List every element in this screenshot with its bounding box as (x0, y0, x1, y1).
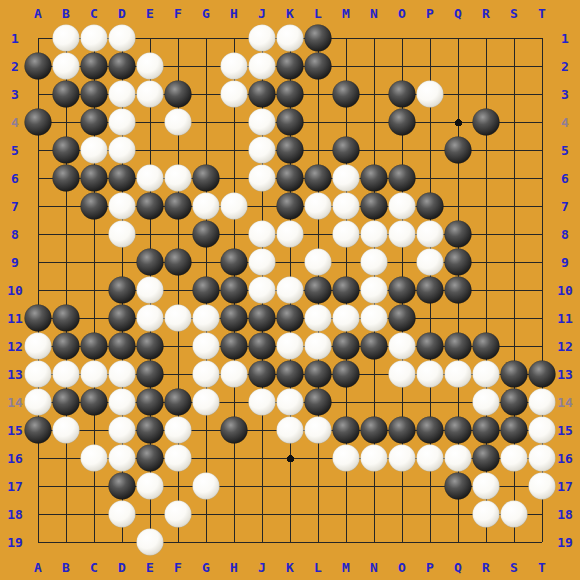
white-stone-J1 (249, 25, 276, 52)
black-stone-O6 (389, 165, 416, 192)
black-stone-F9 (165, 249, 192, 276)
white-stone-H3 (221, 81, 248, 108)
column-label-bottom: G (202, 560, 210, 575)
black-stone-H15 (221, 417, 248, 444)
white-stone-K14 (277, 389, 304, 416)
white-stone-B15 (53, 417, 80, 444)
black-stone-H11 (221, 305, 248, 332)
white-stone-D18 (109, 501, 136, 528)
white-stone-M16 (333, 445, 360, 472)
white-stone-M11 (333, 305, 360, 332)
black-stone-D6 (109, 165, 136, 192)
row-label-left: 19 (7, 535, 23, 550)
black-stone-J13 (249, 361, 276, 388)
row-label-right: 6 (561, 171, 569, 186)
column-label-top: H (230, 6, 238, 21)
column-label-bottom: T (538, 560, 546, 575)
white-stone-L12 (305, 333, 332, 360)
row-label-right: 4 (561, 115, 569, 130)
column-label-bottom: H (230, 560, 238, 575)
black-stone-M13 (333, 361, 360, 388)
white-stone-P16 (417, 445, 444, 472)
column-label-bottom: Q (454, 560, 462, 575)
star-point (287, 455, 294, 462)
row-label-right: 18 (557, 507, 573, 522)
black-stone-E15 (137, 417, 164, 444)
black-stone-H9 (221, 249, 248, 276)
white-stone-J9 (249, 249, 276, 276)
column-label-top: D (118, 6, 126, 21)
column-label-bottom: D (118, 560, 126, 575)
black-stone-Q17 (445, 473, 472, 500)
column-label-top: G (202, 6, 210, 21)
white-stone-D1 (109, 25, 136, 52)
white-stone-K1 (277, 25, 304, 52)
black-stone-P12 (417, 333, 444, 360)
column-label-top: E (146, 6, 154, 21)
black-stone-G8 (193, 221, 220, 248)
black-stone-J3 (249, 81, 276, 108)
white-stone-E17 (137, 473, 164, 500)
row-label-left: 4 (11, 115, 19, 130)
black-stone-E16 (137, 445, 164, 472)
black-stone-F3 (165, 81, 192, 108)
white-stone-H13 (221, 361, 248, 388)
white-stone-T16 (529, 445, 556, 472)
column-label-top: A (34, 6, 42, 21)
row-label-right: 11 (557, 311, 573, 326)
black-stone-A2 (25, 53, 52, 80)
white-stone-N9 (361, 249, 388, 276)
white-stone-O7 (389, 193, 416, 220)
white-stone-N11 (361, 305, 388, 332)
white-stone-S16 (501, 445, 528, 472)
black-stone-M5 (333, 137, 360, 164)
black-stone-K3 (277, 81, 304, 108)
black-stone-E9 (137, 249, 164, 276)
black-stone-Q9 (445, 249, 472, 276)
white-stone-D8 (109, 221, 136, 248)
white-stone-O12 (389, 333, 416, 360)
black-stone-K6 (277, 165, 304, 192)
white-stone-C1 (81, 25, 108, 52)
white-stone-F15 (165, 417, 192, 444)
white-stone-J10 (249, 277, 276, 304)
black-stone-G6 (193, 165, 220, 192)
column-label-bottom: P (426, 560, 434, 575)
black-stone-G10 (193, 277, 220, 304)
column-label-top: R (482, 6, 490, 21)
white-stone-O8 (389, 221, 416, 248)
black-stone-A11 (25, 305, 52, 332)
column-label-top: F (174, 6, 182, 21)
column-label-bottom: M (342, 560, 350, 575)
black-stone-O11 (389, 305, 416, 332)
black-stone-Q10 (445, 277, 472, 304)
black-stone-J11 (249, 305, 276, 332)
column-label-bottom: S (510, 560, 518, 575)
white-stone-D5 (109, 137, 136, 164)
white-stone-B1 (53, 25, 80, 52)
white-stone-E11 (137, 305, 164, 332)
black-stone-Q8 (445, 221, 472, 248)
black-stone-C14 (81, 389, 108, 416)
column-label-top: T (538, 6, 546, 21)
white-stone-P8 (417, 221, 444, 248)
column-label-bottom: F (174, 560, 182, 575)
white-stone-G17 (193, 473, 220, 500)
black-stone-D2 (109, 53, 136, 80)
white-stone-R18 (473, 501, 500, 528)
black-stone-L1 (305, 25, 332, 52)
white-stone-N8 (361, 221, 388, 248)
black-stone-N15 (361, 417, 388, 444)
white-stone-A13 (25, 361, 52, 388)
black-stone-B3 (53, 81, 80, 108)
black-stone-R16 (473, 445, 500, 472)
row-label-left: 3 (11, 87, 19, 102)
row-label-left: 8 (11, 227, 19, 242)
black-stone-N12 (361, 333, 388, 360)
white-stone-P13 (417, 361, 444, 388)
white-stone-J2 (249, 53, 276, 80)
white-stone-J4 (249, 109, 276, 136)
black-stone-R12 (473, 333, 500, 360)
black-stone-K13 (277, 361, 304, 388)
black-stone-O15 (389, 417, 416, 444)
white-stone-K8 (277, 221, 304, 248)
white-stone-J14 (249, 389, 276, 416)
black-stone-O3 (389, 81, 416, 108)
black-stone-F7 (165, 193, 192, 220)
column-label-bottom: N (370, 560, 378, 575)
white-stone-P9 (417, 249, 444, 276)
black-stone-D12 (109, 333, 136, 360)
row-label-right: 12 (557, 339, 573, 354)
white-stone-E19 (137, 529, 164, 556)
white-stone-Q16 (445, 445, 472, 472)
white-stone-L7 (305, 193, 332, 220)
white-stone-J5 (249, 137, 276, 164)
white-stone-K12 (277, 333, 304, 360)
white-stone-H2 (221, 53, 248, 80)
black-stone-C3 (81, 81, 108, 108)
black-stone-C7 (81, 193, 108, 220)
row-label-left: 12 (7, 339, 23, 354)
white-stone-D3 (109, 81, 136, 108)
white-stone-E6 (137, 165, 164, 192)
white-stone-P3 (417, 81, 444, 108)
white-stone-H7 (221, 193, 248, 220)
column-label-bottom: C (90, 560, 98, 575)
white-stone-R13 (473, 361, 500, 388)
white-stone-J8 (249, 221, 276, 248)
black-stone-C4 (81, 109, 108, 136)
black-stone-L13 (305, 361, 332, 388)
white-stone-D7 (109, 193, 136, 220)
column-label-top: O (398, 6, 406, 21)
row-label-right: 13 (557, 367, 573, 382)
row-label-left: 9 (11, 255, 19, 270)
black-stone-C2 (81, 53, 108, 80)
white-stone-E3 (137, 81, 164, 108)
column-label-top: K (286, 6, 294, 21)
row-label-left: 6 (11, 171, 19, 186)
row-label-right: 8 (561, 227, 569, 242)
black-stone-C12 (81, 333, 108, 360)
black-stone-M12 (333, 333, 360, 360)
black-stone-R4 (473, 109, 500, 136)
column-label-bottom: E (146, 560, 154, 575)
row-label-left: 13 (7, 367, 23, 382)
white-stone-O13 (389, 361, 416, 388)
black-stone-N7 (361, 193, 388, 220)
white-stone-E10 (137, 277, 164, 304)
white-stone-K10 (277, 277, 304, 304)
black-stone-D11 (109, 305, 136, 332)
column-label-bottom: J (258, 560, 266, 575)
black-stone-P15 (417, 417, 444, 444)
white-stone-G11 (193, 305, 220, 332)
black-stone-B14 (53, 389, 80, 416)
white-stone-N16 (361, 445, 388, 472)
white-stone-M7 (333, 193, 360, 220)
row-label-right: 19 (557, 535, 573, 550)
row-label-left: 18 (7, 507, 23, 522)
black-stone-Q12 (445, 333, 472, 360)
black-stone-L6 (305, 165, 332, 192)
white-stone-L9 (305, 249, 332, 276)
black-stone-L10 (305, 277, 332, 304)
row-label-right: 14 (557, 395, 573, 410)
black-stone-E13 (137, 361, 164, 388)
white-stone-R14 (473, 389, 500, 416)
black-stone-S13 (501, 361, 528, 388)
white-stone-G7 (193, 193, 220, 220)
white-stone-C16 (81, 445, 108, 472)
white-stone-K15 (277, 417, 304, 444)
black-stone-L2 (305, 53, 332, 80)
row-label-left: 1 (11, 31, 19, 46)
black-stone-K11 (277, 305, 304, 332)
white-stone-S18 (501, 501, 528, 528)
black-stone-T13 (529, 361, 556, 388)
black-stone-O10 (389, 277, 416, 304)
black-stone-R15 (473, 417, 500, 444)
black-stone-K5 (277, 137, 304, 164)
white-stone-F4 (165, 109, 192, 136)
row-label-right: 16 (557, 451, 573, 466)
black-stone-M15 (333, 417, 360, 444)
black-stone-M3 (333, 81, 360, 108)
black-stone-C6 (81, 165, 108, 192)
row-label-left: 5 (11, 143, 19, 158)
column-label-top: L (314, 6, 322, 21)
white-stone-Q13 (445, 361, 472, 388)
row-label-left: 7 (11, 199, 19, 214)
black-stone-B12 (53, 333, 80, 360)
row-label-right: 17 (557, 479, 573, 494)
white-stone-D16 (109, 445, 136, 472)
white-stone-L15 (305, 417, 332, 444)
black-stone-D10 (109, 277, 136, 304)
black-stone-E14 (137, 389, 164, 416)
row-label-left: 11 (7, 311, 23, 326)
column-label-bottom: L (314, 560, 322, 575)
white-stone-D13 (109, 361, 136, 388)
black-stone-B11 (53, 305, 80, 332)
black-stone-F14 (165, 389, 192, 416)
white-stone-C13 (81, 361, 108, 388)
column-label-top: N (370, 6, 378, 21)
column-label-top: Q (454, 6, 462, 21)
go-board[interactable]: AABBCCDDEEFFGGHHJJKKLLMMNNOOPPQQRRSSTT11… (0, 0, 580, 580)
white-stone-F18 (165, 501, 192, 528)
white-stone-G13 (193, 361, 220, 388)
black-stone-O4 (389, 109, 416, 136)
row-label-right: 2 (561, 59, 569, 74)
black-stone-S15 (501, 417, 528, 444)
white-stone-F11 (165, 305, 192, 332)
black-stone-B5 (53, 137, 80, 164)
white-stone-T14 (529, 389, 556, 416)
white-stone-B2 (53, 53, 80, 80)
white-stone-F6 (165, 165, 192, 192)
column-label-top: M (342, 6, 350, 21)
row-label-right: 5 (561, 143, 569, 158)
row-label-right: 1 (561, 31, 569, 46)
column-label-bottom: B (62, 560, 70, 575)
white-stone-G12 (193, 333, 220, 360)
row-label-left: 16 (7, 451, 23, 466)
row-label-right: 9 (561, 255, 569, 270)
column-label-bottom: K (286, 560, 294, 575)
white-stone-B13 (53, 361, 80, 388)
column-label-top: S (510, 6, 518, 21)
black-stone-K4 (277, 109, 304, 136)
black-stone-Q5 (445, 137, 472, 164)
row-label-right: 7 (561, 199, 569, 214)
column-label-top: B (62, 6, 70, 21)
white-stone-T15 (529, 417, 556, 444)
column-label-top: P (426, 6, 434, 21)
black-stone-L14 (305, 389, 332, 416)
white-stone-D14 (109, 389, 136, 416)
white-stone-J6 (249, 165, 276, 192)
white-stone-E2 (137, 53, 164, 80)
row-label-left: 15 (7, 423, 23, 438)
row-label-left: 2 (11, 59, 19, 74)
row-label-right: 3 (561, 87, 569, 102)
white-stone-L11 (305, 305, 332, 332)
white-stone-A12 (25, 333, 52, 360)
black-stone-P10 (417, 277, 444, 304)
column-label-bottom: R (482, 560, 490, 575)
row-label-left: 14 (7, 395, 23, 410)
row-label-left: 10 (7, 283, 23, 298)
white-stone-F16 (165, 445, 192, 472)
black-stone-H10 (221, 277, 248, 304)
white-stone-C5 (81, 137, 108, 164)
black-stone-J12 (249, 333, 276, 360)
black-stone-S14 (501, 389, 528, 416)
column-label-top: C (90, 6, 98, 21)
white-stone-O16 (389, 445, 416, 472)
black-stone-P7 (417, 193, 444, 220)
column-label-bottom: A (34, 560, 42, 575)
black-stone-N6 (361, 165, 388, 192)
black-stone-D17 (109, 473, 136, 500)
black-stone-A15 (25, 417, 52, 444)
column-label-bottom: O (398, 560, 406, 575)
black-stone-E7 (137, 193, 164, 220)
white-stone-N10 (361, 277, 388, 304)
white-stone-M6 (333, 165, 360, 192)
row-label-right: 15 (557, 423, 573, 438)
black-stone-A4 (25, 109, 52, 136)
black-stone-B6 (53, 165, 80, 192)
white-stone-A14 (25, 389, 52, 416)
white-stone-T17 (529, 473, 556, 500)
black-stone-K2 (277, 53, 304, 80)
black-stone-Q15 (445, 417, 472, 444)
row-label-left: 17 (7, 479, 23, 494)
white-stone-D4 (109, 109, 136, 136)
white-stone-G14 (193, 389, 220, 416)
black-stone-K7 (277, 193, 304, 220)
black-stone-M10 (333, 277, 360, 304)
column-label-top: J (258, 6, 266, 21)
black-stone-H12 (221, 333, 248, 360)
row-label-right: 10 (557, 283, 573, 298)
white-stone-R17 (473, 473, 500, 500)
star-point (455, 119, 462, 126)
white-stone-D15 (109, 417, 136, 444)
black-stone-E12 (137, 333, 164, 360)
white-stone-M8 (333, 221, 360, 248)
